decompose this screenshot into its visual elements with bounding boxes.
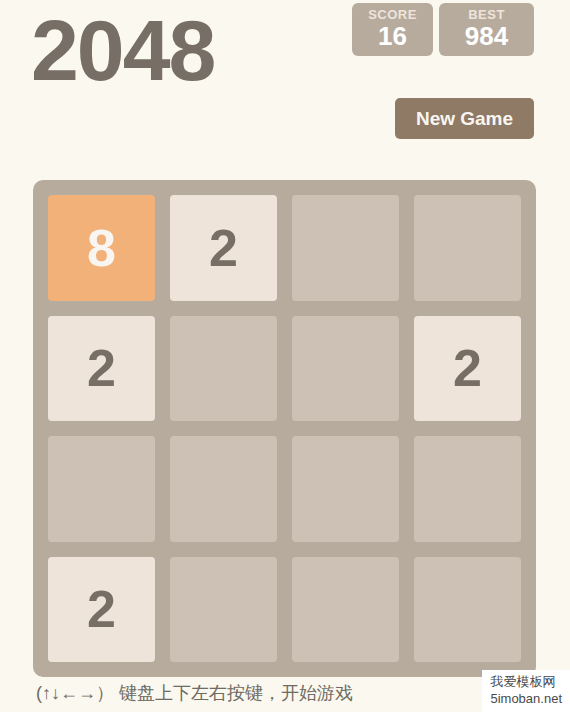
empty-cell [170,557,277,663]
empty-cell [414,436,521,542]
tile-2: 2 [170,195,277,301]
empty-cell [292,195,399,301]
empty-cell [292,436,399,542]
empty-cell [414,195,521,301]
score-value: 16 [378,22,407,51]
best-label: BEST [468,8,505,22]
empty-cell [48,436,155,542]
best-value: 984 [465,22,508,51]
game-title: 2048 [31,0,214,100]
board[interactable]: 82222 [33,180,536,677]
score-label: SCORE [368,8,417,22]
empty-cell [170,316,277,422]
keyboard-instructions: (↑↓←→） 键盘上下左右按键，开始游戏 [36,681,353,705]
empty-cell [170,436,277,542]
empty-cell [292,557,399,663]
tile-2: 2 [48,316,155,422]
watermark-site-url: 5imoban.net [490,690,562,708]
empty-cell [292,316,399,422]
tile-8: 8 [48,195,155,301]
tile-2: 2 [414,316,521,422]
score-box: SCORE 16 [352,3,433,56]
empty-cell [414,557,521,663]
tile-2: 2 [48,557,155,663]
new-game-button[interactable]: New Game [395,98,534,139]
watermark-site-name: 我爱模板网 [490,673,562,691]
watermark: 我爱模板网 5imoban.net [482,670,570,712]
best-box: BEST 984 [439,3,534,56]
game-page: 2048 SCORE 16 BEST 984 New Game 82222 (↑… [0,0,570,712]
